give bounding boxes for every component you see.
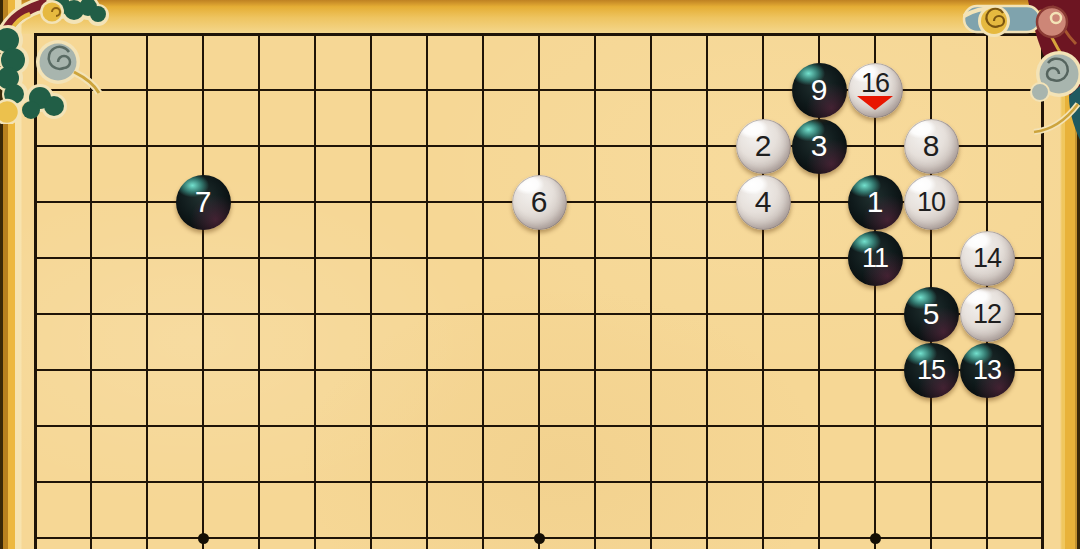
- stone-black-P18: 9: [792, 63, 847, 118]
- move-number: 2: [755, 131, 772, 161]
- stone-white-R17: 8: [904, 119, 959, 174]
- move-number: 4: [755, 187, 772, 217]
- move-number: 16: [861, 70, 889, 97]
- star-point-D10: [198, 533, 209, 544]
- stone-white-S15: 14: [960, 231, 1015, 286]
- stone-black-Q15: 11: [848, 231, 903, 286]
- stone-white-O17: 2: [736, 119, 791, 174]
- stone-white-R16: 10: [904, 175, 959, 230]
- move-number: 8: [923, 131, 940, 161]
- stone-black-Q16: 1: [848, 175, 903, 230]
- stone-black-R13: 15: [904, 343, 959, 398]
- move-number: 6: [531, 187, 548, 217]
- stone-white-O16: 4: [736, 175, 791, 230]
- stone-white-K16: 6: [512, 175, 567, 230]
- go-board[interactable]: 12345678910111213141516: [0, 0, 1080, 549]
- move-number: 11: [862, 245, 888, 272]
- move-number: 9: [811, 75, 828, 105]
- stone-black-P17: 3: [792, 119, 847, 174]
- move-number: 14: [973, 245, 1001, 272]
- stone-white-Q18: 16: [848, 63, 903, 118]
- star-point-Q10: [870, 533, 881, 544]
- stone-black-R14: 5: [904, 287, 959, 342]
- move-number: 12: [973, 301, 1001, 328]
- stone-white-S14: 12: [960, 287, 1015, 342]
- go-game-screen: 12345678910111213141516: [0, 0, 1080, 549]
- move-number: 10: [917, 189, 945, 216]
- move-number: 3: [811, 131, 828, 161]
- move-number: 1: [867, 187, 884, 217]
- move-number: 13: [973, 357, 1001, 384]
- move-number: 15: [917, 357, 945, 384]
- star-point-K10: [534, 533, 545, 544]
- stone-black-D16: 7: [176, 175, 231, 230]
- board-intersections-grid[interactable]: 12345678910111213141516: [7, 6, 1071, 549]
- last-move-triangle-icon: [857, 96, 893, 110]
- move-number: 5: [923, 299, 940, 329]
- stone-black-S13: 13: [960, 343, 1015, 398]
- move-number: 7: [195, 187, 212, 217]
